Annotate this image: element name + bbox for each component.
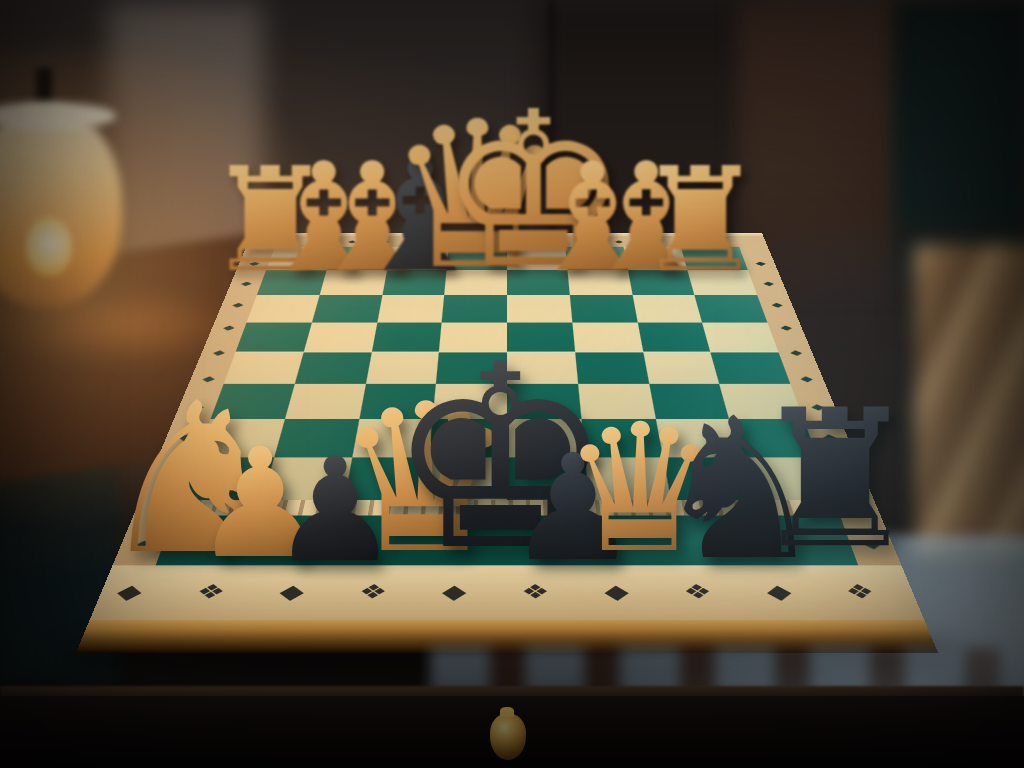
board-square [662,458,752,500]
board-square [319,270,386,295]
board-square [702,322,778,352]
board-square [447,247,507,270]
board-square [507,270,570,295]
board-square [262,458,352,500]
board-square [688,270,758,295]
board-square [274,419,359,457]
board-fold-seam [235,351,778,353]
board-square [729,419,817,457]
board-square [247,295,320,322]
board-square [196,419,284,457]
board-square [507,458,589,500]
board-square [649,384,730,419]
board-square [643,352,720,384]
board-square [572,322,643,352]
wall-seam-line [549,0,554,245]
board-square [720,384,804,419]
board-square [711,352,791,384]
board-square [312,295,382,322]
board-square [578,384,655,419]
board-square [436,352,507,384]
board-square [266,247,333,270]
board-square [507,295,572,322]
drawer-handle [490,714,526,760]
board-square [236,322,312,352]
board-square [695,295,768,322]
board-square [180,458,274,500]
board-square [371,322,442,352]
board-square [507,322,575,352]
board-square [211,384,295,419]
board-square [575,352,649,384]
board-square [359,384,436,419]
candle-flame-icon [26,216,72,276]
board-square [257,270,327,295]
board-square [285,384,366,419]
board-square [581,419,662,457]
board-square [344,458,430,500]
board-square [565,247,627,270]
board-square [637,322,710,352]
board-square [681,247,748,270]
board-inner-carved-strip [174,500,839,516]
scene-photo: photograph of a decorative carved chess … [0,0,1024,768]
board-square [365,352,439,384]
board-square [387,247,449,270]
chessboard: ◆ ◆ ◆ ◆ ◆ ◆ ◆ ◆ ◆ ◆ ◆ ◆ ◆ ◆ ◆ ◆ ◆ ◆ ◆ ◆ … [252,233,762,689]
board-square [429,419,507,457]
board-square [439,322,507,352]
board-front-carved-strip: ◆ ❖ ◆ ❖ ◆ ❖ ◆ ❖ ◆ ❖ [90,565,925,620]
board-square [377,295,445,322]
board-square [444,270,507,295]
board-square [303,322,376,352]
board-square [326,247,391,270]
board-square [507,384,581,419]
board-square [294,352,371,384]
wood-floor [915,245,1024,555]
board-square [585,458,671,500]
board-square [433,384,507,419]
board-square [655,419,740,457]
board-square [507,419,585,457]
board-square [442,295,507,322]
board-grid [180,247,833,500]
board-square [632,295,702,322]
board-square [623,247,688,270]
board-square [224,352,304,384]
board-square [740,458,834,500]
wall-dark-center [535,0,765,270]
board-square [507,352,578,384]
board-square [570,295,638,322]
board-square [382,270,447,295]
board-square [352,419,433,457]
board-square [425,458,507,500]
board-near-platform [156,516,858,566]
board-square [567,270,632,295]
board-square [627,270,694,295]
board-far-border-inlay: ◆ ◆ ◆ ◆ ◆ ◆ ◆ ◆ ◆ ◆ ◆ ◆ ◆ ◆ ◆ ◆ ◆ ◆ [246,237,767,247]
board-square [507,247,567,270]
